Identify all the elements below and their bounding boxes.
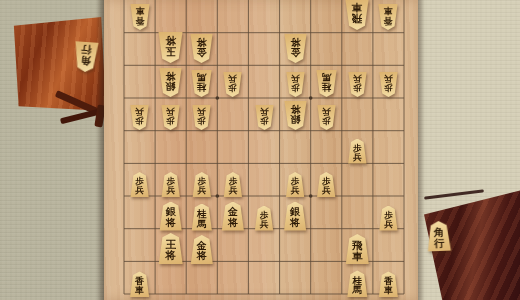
koma-kanji: 兵 <box>135 107 144 116</box>
koma-kanji: 行 <box>434 237 445 248</box>
koma-54-p[interactable]: 歩兵 <box>255 105 274 130</box>
koma-hand-sente-b[interactable]: 角行 <box>426 221 451 252</box>
koma-kanji: 桂 <box>321 82 331 92</box>
koma-kanji: 車 <box>384 286 393 295</box>
shogi-scene: 香車飛車香車玉将金将金将銀将桂馬歩兵歩兵桂馬歩兵歩兵歩兵歩兵歩兵歩兵銀将歩兵歩兵… <box>0 0 520 300</box>
koma-kanji: 馬 <box>321 72 331 82</box>
koma-11-l[interactable]: 香車 <box>378 4 398 30</box>
komadai-left-pieces: 角行 <box>73 41 99 73</box>
koma-86-p[interactable]: 歩兵 <box>161 172 180 197</box>
koma-kanji: 玉 <box>165 46 176 57</box>
koma-kanji: 兵 <box>353 153 362 162</box>
koma-kanji: 将 <box>290 37 300 47</box>
koma-23-p[interactable]: 歩兵 <box>348 72 367 97</box>
koma-kanji: 兵 <box>260 220 269 229</box>
koma-kanji: 兵 <box>291 186 300 195</box>
koma-34-p[interactable]: 歩兵 <box>317 105 336 130</box>
koma-kanji: 車 <box>135 286 144 295</box>
koma-73-n[interactable]: 桂馬 <box>191 70 212 97</box>
koma-83-s[interactable]: 銀将 <box>159 68 182 97</box>
koma-82-k[interactable]: 玉将 <box>158 32 183 63</box>
koma-72-g[interactable]: 金将 <box>190 34 213 63</box>
koma-84-p[interactable]: 歩兵 <box>161 105 180 130</box>
koma-36-p[interactable]: 歩兵 <box>317 172 336 197</box>
koma-kanji: 将 <box>165 35 176 46</box>
koma-kanji: 将 <box>166 218 176 228</box>
koma-28-r[interactable]: 飛車 <box>345 234 369 264</box>
koma-kanji: 兵 <box>322 107 331 116</box>
koma-13-p[interactable]: 歩兵 <box>379 72 398 97</box>
koma-kanji: 金 <box>228 207 238 217</box>
koma-47-s[interactable]: 銀将 <box>284 202 307 231</box>
koma-kanji: 兵 <box>384 220 393 229</box>
komadai-right-pieces: 角行 <box>426 221 451 252</box>
koma-hand-gote-b[interactable]: 角行 <box>73 41 99 73</box>
koma-kanji: 将 <box>165 250 176 261</box>
koma-kanji: 兵 <box>198 107 207 116</box>
koma-kanji: 銀 <box>290 207 300 217</box>
koma-kanji: 歩 <box>260 116 269 125</box>
koma-kanji: 馬 <box>197 219 207 229</box>
koma-kanji: 香 <box>384 15 393 24</box>
koma-kanji: 歩 <box>322 116 331 125</box>
koma-77-n[interactable]: 桂馬 <box>191 204 212 231</box>
koma-kanji: 香 <box>135 15 144 24</box>
koma-25-p[interactable]: 歩兵 <box>348 139 367 164</box>
shogi-board: 香車飛車香車玉将金将金将銀将桂馬歩兵歩兵桂馬歩兵歩兵歩兵歩兵歩兵歩兵銀将歩兵歩兵… <box>104 0 418 300</box>
koma-kanji: 将 <box>166 70 176 80</box>
koma-99-l[interactable]: 香車 <box>130 271 150 297</box>
koma-kanji: 行 <box>81 44 92 56</box>
koma-29-n[interactable]: 桂馬 <box>347 270 368 297</box>
koma-kanji: 金 <box>197 47 207 57</box>
koma-kanji: 銀 <box>290 114 300 124</box>
koma-76-p[interactable]: 歩兵 <box>192 172 211 197</box>
koma-67-g[interactable]: 金将 <box>221 202 244 231</box>
koma-kanji: 歩 <box>166 116 175 125</box>
koma-63-p[interactable]: 歩兵 <box>223 72 242 97</box>
koma-kanji: 将 <box>197 37 207 47</box>
koma-kanji: 飛 <box>352 13 363 24</box>
koma-kanji: 兵 <box>198 186 207 195</box>
koma-21-r[interactable]: 飛車 <box>345 0 369 30</box>
koma-kanji: 角 <box>80 55 91 67</box>
koma-42-g[interactable]: 金将 <box>284 34 307 63</box>
board-edge-shadow-right <box>417 0 425 300</box>
koma-46-p[interactable]: 歩兵 <box>286 172 305 197</box>
koma-kanji: 金 <box>290 47 300 57</box>
koma-kanji: 将 <box>290 104 300 114</box>
koma-kanji: 車 <box>135 6 144 15</box>
koma-kanji: 歩 <box>135 116 144 125</box>
koma-74-p[interactable]: 歩兵 <box>192 105 211 130</box>
koma-66-p[interactable]: 歩兵 <box>223 172 242 197</box>
koma-kanji: 馬 <box>197 72 207 82</box>
koma-87-s[interactable]: 銀将 <box>159 202 182 231</box>
koma-kanji: 兵 <box>384 74 393 83</box>
koma-kanji: 兵 <box>135 186 144 195</box>
koma-kanji: 飛 <box>352 240 363 251</box>
koma-kanji: 馬 <box>353 285 363 295</box>
koma-kanji: 兵 <box>353 74 362 83</box>
koma-94-p[interactable]: 歩兵 <box>130 105 149 130</box>
koma-kanji: 兵 <box>166 186 175 195</box>
koma-kanji: 兵 <box>166 107 175 116</box>
koma-kanji: 兵 <box>229 186 238 195</box>
board-grid <box>104 0 418 300</box>
koma-kanji: 将 <box>197 251 207 261</box>
koma-43-p[interactable]: 歩兵 <box>286 72 305 97</box>
koma-57-p[interactable]: 歩兵 <box>255 206 274 231</box>
koma-kanji: 兵 <box>260 107 269 116</box>
koma-kanji: 銀 <box>166 207 176 217</box>
koma-kanji: 将 <box>228 218 238 228</box>
koma-kanji: 桂 <box>197 82 207 92</box>
koma-kanji: 銀 <box>166 81 176 91</box>
koma-kanji: 車 <box>352 251 363 262</box>
koma-17-p[interactable]: 歩兵 <box>379 206 398 231</box>
koma-kanji: 兵 <box>291 74 300 83</box>
koma-96-p[interactable]: 歩兵 <box>130 172 149 197</box>
koma-44-s[interactable]: 銀将 <box>284 101 307 130</box>
koma-kanji: 歩 <box>198 116 207 125</box>
koma-19-l[interactable]: 香車 <box>378 271 398 297</box>
koma-91-l[interactable]: 香車 <box>130 4 150 30</box>
koma-kanji: 車 <box>352 2 363 13</box>
koma-88-k[interactable]: 王将 <box>158 233 183 264</box>
koma-kanji: 車 <box>384 6 393 15</box>
koma-kanji: 兵 <box>322 186 331 195</box>
koma-33-n[interactable]: 桂馬 <box>316 70 337 97</box>
koma-kanji: 将 <box>290 218 300 228</box>
koma-78-g[interactable]: 金将 <box>190 235 213 264</box>
koma-kanji: 兵 <box>229 74 238 83</box>
